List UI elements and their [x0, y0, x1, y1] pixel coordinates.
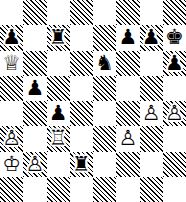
square-e1[interactable]	[93, 177, 116, 202]
square-f6[interactable]	[116, 51, 139, 76]
black-pawn-piece: ♟	[49, 103, 68, 124]
square-a3[interactable]: ♙	[0, 126, 23, 151]
square-e3[interactable]	[93, 126, 116, 151]
square-e6[interactable]: ♞	[93, 51, 116, 76]
square-b7[interactable]	[23, 25, 46, 50]
square-e5[interactable]	[93, 76, 116, 101]
black-rook-piece: ♜	[72, 154, 91, 175]
square-g1[interactable]	[140, 177, 163, 202]
square-e7[interactable]	[93, 25, 116, 50]
white-pawn-piece: ♙	[142, 103, 161, 124]
square-h5[interactable]	[163, 76, 186, 101]
black-rook-piece: ♜	[49, 27, 68, 48]
square-g3[interactable]	[140, 126, 163, 151]
square-h3[interactable]	[163, 126, 186, 151]
square-g6[interactable]	[140, 51, 163, 76]
black-pawn-piece: ♟	[25, 78, 44, 99]
square-h6[interactable]: ♟	[163, 51, 186, 76]
white-pawn-piece: ♙	[25, 154, 44, 175]
white-king-piece: ♔	[2, 154, 21, 175]
square-c3[interactable]: ♖	[47, 126, 70, 151]
square-a7[interactable]: ♟	[0, 25, 23, 50]
square-d5[interactable]	[70, 76, 93, 101]
square-b2[interactable]: ♙	[23, 152, 46, 177]
square-h2[interactable]	[163, 152, 186, 177]
black-pawn-piece: ♟	[165, 53, 184, 74]
square-h4[interactable]: ♙	[163, 101, 186, 126]
black-pawn-piece: ♟	[118, 27, 137, 48]
square-d4[interactable]	[70, 101, 93, 126]
square-f5[interactable]	[116, 76, 139, 101]
square-f1[interactable]	[116, 177, 139, 202]
chess-board: ♟♜♟♟♚♕♞♟♟♟♙♙♙♖♙♔♙♜	[0, 0, 186, 202]
white-pawn-piece: ♙	[2, 128, 21, 149]
square-d7[interactable]	[70, 25, 93, 50]
square-f2[interactable]	[116, 152, 139, 177]
square-b1[interactable]	[23, 177, 46, 202]
square-e8[interactable]	[93, 0, 116, 25]
square-d8[interactable]	[70, 0, 93, 25]
square-g8[interactable]	[140, 0, 163, 25]
square-e2[interactable]	[93, 152, 116, 177]
black-pawn-piece: ♟	[142, 27, 161, 48]
white-pawn-piece: ♙	[165, 103, 184, 124]
square-f4[interactable]	[116, 101, 139, 126]
square-d6[interactable]	[70, 51, 93, 76]
square-c6[interactable]	[47, 51, 70, 76]
square-h1[interactable]	[163, 177, 186, 202]
square-d2[interactable]: ♜	[70, 152, 93, 177]
square-c1[interactable]	[47, 177, 70, 202]
square-a6[interactable]: ♕	[0, 51, 23, 76]
square-h7[interactable]: ♚	[163, 25, 186, 50]
white-rook-piece: ♖	[49, 128, 68, 149]
square-g7[interactable]: ♟	[140, 25, 163, 50]
square-c5[interactable]	[47, 76, 70, 101]
square-d1[interactable]	[70, 177, 93, 202]
square-a5[interactable]	[0, 76, 23, 101]
square-e4[interactable]	[93, 101, 116, 126]
square-c8[interactable]	[47, 0, 70, 25]
square-b8[interactable]	[23, 0, 46, 25]
square-b4[interactable]	[23, 101, 46, 126]
square-a2[interactable]: ♔	[0, 152, 23, 177]
square-g4[interactable]: ♙	[140, 101, 163, 126]
square-g2[interactable]	[140, 152, 163, 177]
square-c7[interactable]: ♜	[47, 25, 70, 50]
white-pawn-piece: ♙	[118, 128, 137, 149]
square-b5[interactable]: ♟	[23, 76, 46, 101]
white-queen-piece: ♕	[2, 53, 21, 74]
black-king-piece: ♚	[165, 27, 184, 48]
square-f7[interactable]: ♟	[116, 25, 139, 50]
square-f3[interactable]: ♙	[116, 126, 139, 151]
square-a4[interactable]	[0, 101, 23, 126]
square-a1[interactable]	[0, 177, 23, 202]
square-h8[interactable]	[163, 0, 186, 25]
black-pawn-piece: ♟	[2, 27, 21, 48]
black-knight-piece: ♞	[95, 53, 114, 74]
square-b3[interactable]	[23, 126, 46, 151]
square-g5[interactable]	[140, 76, 163, 101]
square-c4[interactable]: ♟	[47, 101, 70, 126]
square-a8[interactable]	[0, 0, 23, 25]
square-c2[interactable]	[47, 152, 70, 177]
square-f8[interactable]	[116, 0, 139, 25]
square-b6[interactable]	[23, 51, 46, 76]
square-d3[interactable]	[70, 126, 93, 151]
